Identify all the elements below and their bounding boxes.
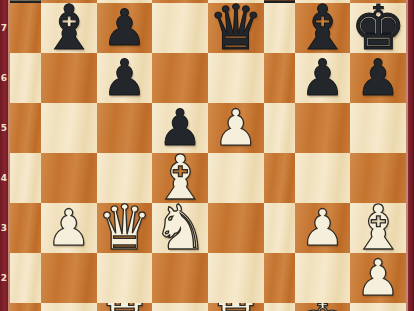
black-queen-e7: ♛ bbox=[208, 0, 264, 59]
square-h3: ♝ bbox=[350, 203, 406, 253]
square-e3 bbox=[208, 203, 264, 253]
square-e7: ♛ bbox=[208, 3, 264, 53]
square-c1: ♜ bbox=[97, 303, 153, 311]
board-frame-left: 765432 bbox=[0, 0, 10, 311]
square-c3: ♛ bbox=[97, 203, 153, 253]
square-f6 bbox=[264, 53, 295, 103]
square-d7 bbox=[152, 3, 208, 53]
square-h1 bbox=[350, 303, 406, 311]
square-d2 bbox=[152, 253, 208, 303]
square-g1: ♚ bbox=[295, 303, 351, 311]
square-f3 bbox=[264, 203, 295, 253]
white-queen-c3: ♛ bbox=[97, 197, 153, 259]
square-b3: ♟ bbox=[41, 203, 97, 253]
square-f2 bbox=[264, 253, 295, 303]
square-f5 bbox=[264, 103, 295, 153]
chess-board: ♜♜♝♟♛♝♚♟♟♟♟♟♝♟♛♞♟♝♟♜♜♚ bbox=[10, 0, 406, 311]
rank-label-7: 7 bbox=[0, 3, 8, 53]
square-g7: ♝ bbox=[295, 3, 351, 53]
white-pawn-g3: ♟ bbox=[300, 203, 345, 253]
square-h7: ♚ bbox=[350, 3, 406, 53]
white-pawn-h2: ♟ bbox=[356, 253, 401, 303]
square-b5 bbox=[41, 103, 97, 153]
square-f1 bbox=[264, 303, 295, 311]
white-pawn-b3: ♟ bbox=[47, 203, 92, 253]
white-rook-c1: ♜ bbox=[97, 303, 153, 311]
white-knight-d3: ♞ bbox=[152, 197, 208, 259]
square-a5 bbox=[10, 103, 41, 153]
black-pawn-c7: ♟ bbox=[102, 3, 147, 53]
white-rook-e1: ♜ bbox=[208, 303, 264, 311]
square-g5 bbox=[295, 103, 351, 153]
square-c7: ♟ bbox=[97, 3, 153, 53]
board-frame-right bbox=[406, 0, 414, 311]
square-b2 bbox=[41, 253, 97, 303]
square-b4 bbox=[41, 153, 97, 203]
square-g2 bbox=[295, 253, 351, 303]
white-king-g1: ♚ bbox=[295, 303, 351, 311]
rank-label-3: 3 bbox=[0, 203, 8, 253]
square-h5 bbox=[350, 103, 406, 153]
square-b1 bbox=[41, 303, 97, 311]
square-g4 bbox=[295, 153, 351, 203]
rank-label-6: 6 bbox=[0, 53, 8, 103]
black-pawn-g6: ♟ bbox=[300, 53, 345, 103]
black-bishop-b7: ♝ bbox=[41, 0, 97, 59]
square-e6 bbox=[208, 53, 264, 103]
chessboard-diagram: 765432 ♜♜♝♟♛♝♚♟♟♟♟♟♝♟♛♞♟♝♟♜♜♚ bbox=[0, 0, 414, 311]
square-b7: ♝ bbox=[41, 3, 97, 53]
square-a1 bbox=[10, 303, 41, 311]
square-a2 bbox=[10, 253, 41, 303]
square-d3: ♞ bbox=[152, 203, 208, 253]
square-b6 bbox=[41, 53, 97, 103]
square-d6 bbox=[152, 53, 208, 103]
square-c6: ♟ bbox=[97, 53, 153, 103]
black-pawn-c6: ♟ bbox=[102, 53, 147, 103]
square-g3: ♟ bbox=[295, 203, 351, 253]
rank-label-1 bbox=[0, 303, 8, 311]
square-a3 bbox=[10, 203, 41, 253]
square-d1 bbox=[152, 303, 208, 311]
square-e1: ♜ bbox=[208, 303, 264, 311]
square-a4 bbox=[10, 153, 41, 203]
white-pawn-e5: ♟ bbox=[213, 103, 258, 153]
square-e4 bbox=[208, 153, 264, 203]
square-e2 bbox=[208, 253, 264, 303]
square-f7 bbox=[264, 3, 295, 53]
square-a7 bbox=[10, 3, 41, 53]
square-g6: ♟ bbox=[295, 53, 351, 103]
rank-label-5: 5 bbox=[0, 103, 8, 153]
rank-label-4: 4 bbox=[0, 153, 8, 203]
square-h2: ♟ bbox=[350, 253, 406, 303]
square-h6: ♟ bbox=[350, 53, 406, 103]
square-f4 bbox=[264, 153, 295, 203]
square-a6 bbox=[10, 53, 41, 103]
square-e5: ♟ bbox=[208, 103, 264, 153]
black-pawn-h6: ♟ bbox=[356, 53, 401, 103]
square-c2 bbox=[97, 253, 153, 303]
rank-label-2: 2 bbox=[0, 253, 8, 303]
square-c5 bbox=[97, 103, 153, 153]
